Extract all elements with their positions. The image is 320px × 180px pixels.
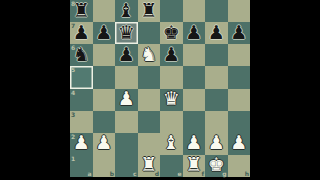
file-label-a: a bbox=[87, 170, 91, 177]
square-h5[interactable] bbox=[228, 66, 251, 88]
square-d3[interactable] bbox=[138, 111, 161, 133]
white-queen-icon[interactable]: ♛ bbox=[163, 89, 180, 108]
white-rook-icon[interactable]: ♜ bbox=[140, 155, 157, 174]
white-pawn-icon[interactable]: ♟ bbox=[230, 133, 247, 152]
square-a2[interactable]: 2♟ bbox=[70, 133, 93, 155]
rank-label-3: 3 bbox=[71, 111, 75, 118]
black-queen-icon[interactable]: ♛ bbox=[118, 23, 135, 42]
square-c1[interactable]: c bbox=[115, 155, 138, 177]
square-g4[interactable] bbox=[205, 89, 228, 111]
square-f4[interactable] bbox=[183, 89, 206, 111]
square-f6[interactable] bbox=[183, 44, 206, 66]
square-h4[interactable] bbox=[228, 89, 251, 111]
black-pawn-icon[interactable]: ♟ bbox=[163, 45, 180, 64]
square-e4[interactable]: ♛ bbox=[160, 89, 183, 111]
square-h6[interactable] bbox=[228, 44, 251, 66]
square-h3[interactable] bbox=[228, 111, 251, 133]
square-a4[interactable]: 4 bbox=[70, 89, 93, 111]
white-bishop-icon[interactable]: ♝ bbox=[163, 133, 180, 152]
file-label-c: c bbox=[133, 170, 137, 177]
black-knight-icon[interactable]: ♞ bbox=[73, 45, 90, 64]
square-a8[interactable]: 8♜ bbox=[70, 0, 93, 22]
square-b7[interactable]: ♟ bbox=[93, 22, 116, 44]
square-f3[interactable] bbox=[183, 111, 206, 133]
square-e3[interactable] bbox=[160, 111, 183, 133]
square-c6[interactable]: ♟ bbox=[115, 44, 138, 66]
black-pawn-icon[interactable]: ♟ bbox=[185, 23, 202, 42]
rank-label-5: 5 bbox=[71, 66, 75, 73]
chess-board: 8♜♝♜7♟♟♛♚♟♟♟6♞♟♞♟54♟♛32♟♟♝♟♟♟1abcd♜ef♜g♚… bbox=[70, 0, 250, 177]
file-label-e: e bbox=[177, 170, 181, 177]
white-rook-icon[interactable]: ♜ bbox=[185, 155, 202, 174]
white-knight-icon[interactable]: ♞ bbox=[140, 45, 157, 64]
square-d6[interactable]: ♞ bbox=[138, 44, 161, 66]
square-f5[interactable] bbox=[183, 66, 206, 88]
square-d5[interactable] bbox=[138, 66, 161, 88]
square-e6[interactable]: ♟ bbox=[160, 44, 183, 66]
square-d4[interactable] bbox=[138, 89, 161, 111]
square-e7[interactable]: ♚ bbox=[160, 22, 183, 44]
square-b2[interactable]: ♟ bbox=[93, 133, 116, 155]
square-b6[interactable] bbox=[93, 44, 116, 66]
square-h7[interactable]: ♟ bbox=[228, 22, 251, 44]
black-king-icon[interactable]: ♚ bbox=[163, 23, 180, 42]
black-rook-icon[interactable]: ♜ bbox=[73, 1, 90, 20]
file-label-b: b bbox=[110, 170, 114, 177]
square-f2[interactable]: ♟ bbox=[183, 133, 206, 155]
square-e8[interactable] bbox=[160, 0, 183, 22]
white-pawn-icon[interactable]: ♟ bbox=[95, 133, 112, 152]
square-e5[interactable] bbox=[160, 66, 183, 88]
rank-label-1: 1 bbox=[71, 155, 75, 162]
video-frame: 8♜♝♜7♟♟♛♚♟♟♟6♞♟♞♟54♟♛32♟♟♝♟♟♟1abcd♜ef♜g♚… bbox=[0, 0, 320, 180]
square-g3[interactable] bbox=[205, 111, 228, 133]
white-pawn-icon[interactable]: ♟ bbox=[118, 89, 135, 108]
square-c3[interactable] bbox=[115, 111, 138, 133]
square-e2[interactable]: ♝ bbox=[160, 133, 183, 155]
square-c7[interactable]: ♛ bbox=[115, 22, 138, 44]
square-h8[interactable] bbox=[228, 0, 251, 22]
square-g8[interactable] bbox=[205, 0, 228, 22]
square-a1[interactable]: 1a bbox=[70, 155, 93, 177]
square-c2[interactable] bbox=[115, 133, 138, 155]
square-c5[interactable] bbox=[115, 66, 138, 88]
square-b1[interactable]: b bbox=[93, 155, 116, 177]
square-f7[interactable]: ♟ bbox=[183, 22, 206, 44]
square-a5[interactable]: 5 bbox=[70, 66, 93, 88]
square-a7[interactable]: 7♟ bbox=[70, 22, 93, 44]
white-king-icon[interactable]: ♚ bbox=[208, 155, 225, 174]
square-g7[interactable]: ♟ bbox=[205, 22, 228, 44]
square-a3[interactable]: 3 bbox=[70, 111, 93, 133]
square-d8[interactable]: ♜ bbox=[138, 0, 161, 22]
square-c8[interactable]: ♝ bbox=[115, 0, 138, 22]
black-rook-icon[interactable]: ♜ bbox=[140, 1, 157, 20]
square-d7[interactable] bbox=[138, 22, 161, 44]
square-h2[interactable]: ♟ bbox=[228, 133, 251, 155]
square-h1[interactable]: h bbox=[228, 155, 251, 177]
square-e1[interactable]: e bbox=[160, 155, 183, 177]
black-pawn-icon[interactable]: ♟ bbox=[73, 23, 90, 42]
square-b5[interactable] bbox=[93, 66, 116, 88]
black-pawn-icon[interactable]: ♟ bbox=[118, 45, 135, 64]
black-pawn-icon[interactable]: ♟ bbox=[230, 23, 247, 42]
square-b4[interactable] bbox=[93, 89, 116, 111]
square-g2[interactable]: ♟ bbox=[205, 133, 228, 155]
square-a6[interactable]: 6♞ bbox=[70, 44, 93, 66]
square-d1[interactable]: d♜ bbox=[138, 155, 161, 177]
white-pawn-icon[interactable]: ♟ bbox=[73, 133, 90, 152]
black-pawn-icon[interactable]: ♟ bbox=[95, 23, 112, 42]
square-b3[interactable] bbox=[93, 111, 116, 133]
white-pawn-icon[interactable]: ♟ bbox=[185, 133, 202, 152]
white-pawn-icon[interactable]: ♟ bbox=[208, 133, 225, 152]
square-f8[interactable] bbox=[183, 0, 206, 22]
square-c4[interactable]: ♟ bbox=[115, 89, 138, 111]
square-g6[interactable] bbox=[205, 44, 228, 66]
file-label-h: h bbox=[245, 170, 249, 177]
square-d2[interactable] bbox=[138, 133, 161, 155]
black-pawn-icon[interactable]: ♟ bbox=[208, 23, 225, 42]
rank-label-4: 4 bbox=[71, 89, 75, 96]
square-f1[interactable]: f♜ bbox=[183, 155, 206, 177]
square-g5[interactable] bbox=[205, 66, 228, 88]
square-g1[interactable]: g♚ bbox=[205, 155, 228, 177]
square-b8[interactable] bbox=[93, 0, 116, 22]
black-bishop-icon[interactable]: ♝ bbox=[118, 1, 135, 20]
